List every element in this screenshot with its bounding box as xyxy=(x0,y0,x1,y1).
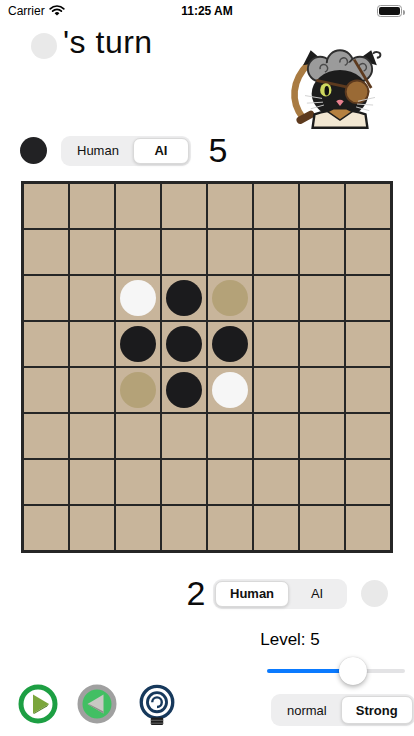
cell-g5[interactable] xyxy=(300,368,344,412)
cell-e5[interactable] xyxy=(208,368,252,412)
cell-b1[interactable] xyxy=(70,184,114,228)
cell-d4[interactable] xyxy=(162,322,206,366)
cell-d1[interactable] xyxy=(162,184,206,228)
cell-h8[interactable] xyxy=(346,506,390,550)
black-human-option[interactable]: Human xyxy=(63,138,133,164)
cell-g1[interactable] xyxy=(300,184,344,228)
status-bar: Carrier 11:25 AM xyxy=(0,0,414,22)
undo-button[interactable] xyxy=(77,684,117,724)
cell-b6[interactable] xyxy=(70,414,114,458)
black-player-row: Human AI 5 xyxy=(20,131,231,170)
board xyxy=(21,181,393,553)
cell-a6[interactable] xyxy=(24,414,68,458)
cell-h1[interactable] xyxy=(346,184,390,228)
cell-b2[interactable] xyxy=(70,230,114,274)
black-disc xyxy=(166,280,202,316)
cell-f2[interactable] xyxy=(254,230,298,274)
cell-a1[interactable] xyxy=(24,184,68,228)
cell-h3[interactable] xyxy=(346,276,390,320)
cell-f5[interactable] xyxy=(254,368,298,412)
cell-h7[interactable] xyxy=(346,460,390,504)
cell-c4[interactable] xyxy=(116,322,160,366)
white-player-row: 2 Human AI xyxy=(183,574,388,613)
pirate-cat-image xyxy=(288,47,392,129)
strength-control: normal Strong xyxy=(271,694,414,726)
black-disc xyxy=(120,326,156,362)
cell-e8[interactable] xyxy=(208,506,252,550)
cell-e6[interactable] xyxy=(208,414,252,458)
strength-strong-option[interactable]: Strong xyxy=(341,696,413,724)
white-disc xyxy=(120,280,156,316)
cell-g3[interactable] xyxy=(300,276,344,320)
white-disc-icon xyxy=(361,580,388,607)
cell-b7[interactable] xyxy=(70,460,114,504)
cell-e7[interactable] xyxy=(208,460,252,504)
cell-c8[interactable] xyxy=(116,506,160,550)
cell-e1[interactable] xyxy=(208,184,252,228)
white-human-option[interactable]: Human xyxy=(215,581,289,607)
cell-a5[interactable] xyxy=(24,368,68,412)
white-disc xyxy=(212,372,248,408)
cell-b5[interactable] xyxy=(70,368,114,412)
cell-a8[interactable] xyxy=(24,506,68,550)
lightbulb-icon xyxy=(136,684,178,728)
cell-h2[interactable] xyxy=(346,230,390,274)
cell-c7[interactable] xyxy=(116,460,160,504)
battery-icon xyxy=(377,5,402,17)
play-button[interactable] xyxy=(18,684,58,724)
cell-f7[interactable] xyxy=(254,460,298,504)
cell-g4[interactable] xyxy=(300,322,344,366)
cell-e3[interactable] xyxy=(208,276,252,320)
cell-d5[interactable] xyxy=(162,368,206,412)
black-disc xyxy=(166,372,202,408)
cell-c3[interactable] xyxy=(116,276,160,320)
cell-d7[interactable] xyxy=(162,460,206,504)
cell-a2[interactable] xyxy=(24,230,68,274)
cell-c2[interactable] xyxy=(116,230,160,274)
cell-h6[interactable] xyxy=(346,414,390,458)
cell-g7[interactable] xyxy=(300,460,344,504)
cell-d8[interactable] xyxy=(162,506,206,550)
turn-indicator: 's turn xyxy=(31,24,153,61)
cell-b3[interactable] xyxy=(70,276,114,320)
black-disc-icon xyxy=(20,137,47,164)
cell-d6[interactable] xyxy=(162,414,206,458)
action-buttons xyxy=(18,684,176,724)
cell-b4[interactable] xyxy=(70,322,114,366)
hint-button[interactable] xyxy=(136,684,176,724)
cell-g2[interactable] xyxy=(300,230,344,274)
cell-f3[interactable] xyxy=(254,276,298,320)
cell-a3[interactable] xyxy=(24,276,68,320)
white-disc-icon xyxy=(31,33,57,59)
slider-thumb[interactable] xyxy=(339,657,367,685)
cell-c6[interactable] xyxy=(116,414,160,458)
legal-move-hint xyxy=(120,372,156,408)
black-disc xyxy=(166,326,202,362)
level-label: Level: 5 xyxy=(240,630,340,650)
cell-g6[interactable] xyxy=(300,414,344,458)
clock: 11:25 AM xyxy=(0,4,414,18)
cell-e4[interactable] xyxy=(208,322,252,366)
level-slider[interactable] xyxy=(267,657,405,685)
cell-g8[interactable] xyxy=(300,506,344,550)
cell-c1[interactable] xyxy=(116,184,160,228)
cell-b8[interactable] xyxy=(70,506,114,550)
cell-f1[interactable] xyxy=(254,184,298,228)
cell-d2[interactable] xyxy=(162,230,206,274)
cell-f8[interactable] xyxy=(254,506,298,550)
cell-d3[interactable] xyxy=(162,276,206,320)
white-player-type-control: Human AI xyxy=(213,579,347,609)
black-ai-option[interactable]: AI xyxy=(133,138,189,164)
white-ai-option[interactable]: AI xyxy=(289,581,345,607)
cell-c5[interactable] xyxy=(116,368,160,412)
black-disc xyxy=(212,326,248,362)
cell-e2[interactable] xyxy=(208,230,252,274)
cell-a7[interactable] xyxy=(24,460,68,504)
cell-h5[interactable] xyxy=(346,368,390,412)
cell-h4[interactable] xyxy=(346,322,390,366)
page-title: 's turn xyxy=(63,24,153,61)
black-player-type-control: Human AI xyxy=(61,136,191,166)
cell-f6[interactable] xyxy=(254,414,298,458)
white-score: 2 xyxy=(183,574,209,613)
cell-a4[interactable] xyxy=(24,322,68,366)
legal-move-hint xyxy=(212,280,248,316)
strength-normal-option[interactable]: normal xyxy=(273,696,341,724)
cell-f4[interactable] xyxy=(254,322,298,366)
black-score: 5 xyxy=(205,131,231,170)
